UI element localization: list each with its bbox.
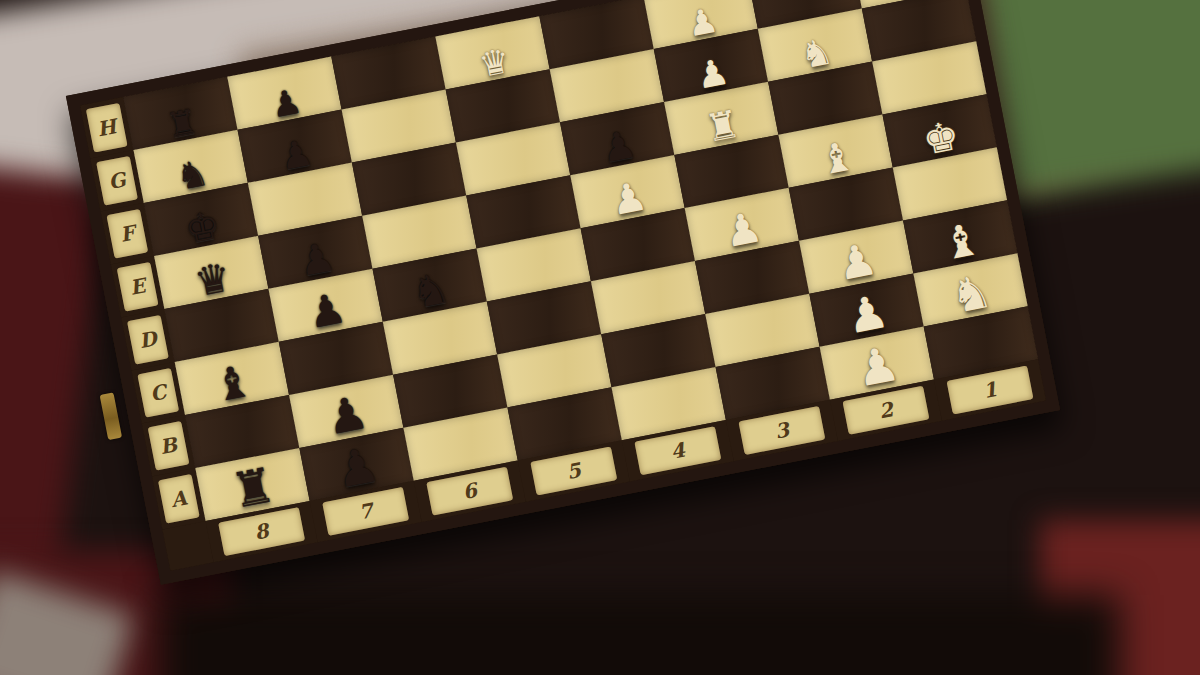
photo-scene: H♜♟♛♟G♞♟♟♞F♚♟♜E♛♟♟♝♚D♟♞♟C♝♟♝B♟♟♞A♜♟♟8765…	[0, 0, 1200, 675]
board-corner	[162, 521, 213, 571]
brass-hinge-icon	[100, 392, 123, 440]
board-grid: H♜♟♛♟G♞♟♟♞F♚♟♜E♛♟♟♝♚D♟♞♟C♝♟♝B♟♟♞A♜♟♟8765…	[80, 0, 1046, 571]
board-cast-shadow	[160, 595, 1120, 675]
chess-board: H♜♟♛♟G♞♟♟♞F♚♟♜E♛♟♟♝♚D♟♞♟C♝♟♝B♟♟♞A♜♟♟8765…	[66, 0, 1060, 585]
